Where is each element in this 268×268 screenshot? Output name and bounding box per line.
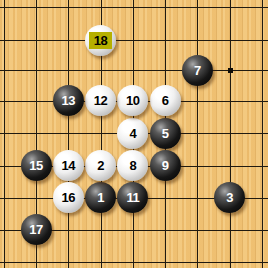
move-number-label: 4: [129, 127, 136, 140]
stone-white-2: 2: [85, 150, 116, 181]
stone-black-13: 13: [53, 85, 84, 116]
stone-black-7: 7: [182, 55, 213, 86]
stone-black-11: 11: [117, 182, 148, 213]
move-number-label: 6: [162, 94, 169, 107]
stone-white-16: 16: [53, 182, 84, 213]
stone-white-12: 12: [85, 85, 116, 116]
stone-white-4: 4: [117, 118, 148, 149]
stone-white-14: 14: [53, 150, 84, 181]
grid-hline-0: [0, 7, 268, 8]
move-number-label: 14: [62, 159, 75, 172]
move-number-label: 1: [97, 191, 104, 204]
move-number-label: 11: [126, 191, 139, 204]
move-number-label: 7: [194, 64, 201, 77]
grid-hline-1: [0, 40, 268, 41]
stone-black-3: 3: [214, 182, 245, 213]
stone-white-10: 10: [117, 85, 148, 116]
move-number-label: 3: [226, 191, 233, 204]
move-number-label: 10: [126, 94, 139, 107]
stone-white-8: 8: [117, 150, 148, 181]
grid-hline-8: [0, 262, 268, 263]
stone-white-18: 18: [85, 25, 116, 56]
move-number-label: 13: [62, 94, 75, 107]
move-number-label: 16: [62, 191, 75, 204]
move-number-label: 8: [129, 159, 136, 172]
move-number-label: 17: [29, 223, 42, 236]
move-number-label: 5: [162, 127, 169, 140]
stone-black-5: 5: [150, 118, 181, 149]
stone-black-15: 15: [21, 150, 52, 181]
move-number-label: 12: [94, 94, 107, 107]
move-number-label: 9: [162, 159, 169, 172]
stone-black-1: 1: [85, 182, 116, 213]
move-number-label: 18: [94, 34, 107, 47]
move-number-label: 2: [97, 159, 104, 172]
stone-black-9: 9: [150, 150, 181, 181]
stone-black-17: 17: [21, 214, 52, 245]
go-board: 123456789101112131415161718: [0, 0, 268, 268]
hoshi-star-point-icon: [228, 68, 233, 73]
move-number-label: 15: [29, 159, 42, 172]
stone-white-6: 6: [150, 85, 181, 116]
